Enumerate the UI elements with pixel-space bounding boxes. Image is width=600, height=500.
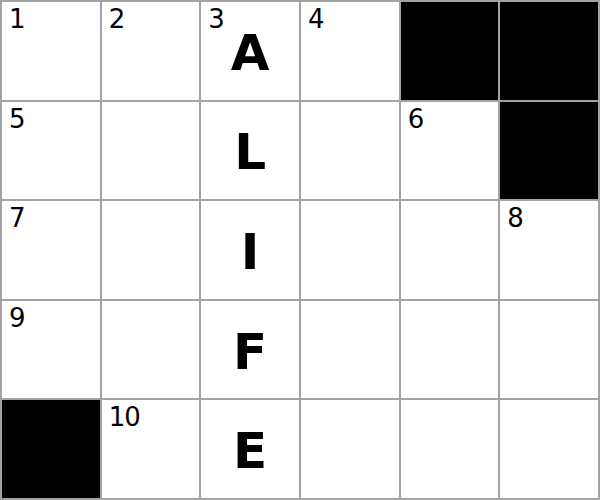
cell-r3c6[interactable]: 8 [500,201,598,299]
cell-r2c2[interactable] [102,102,200,200]
cell-r3c1[interactable]: 7 [2,201,100,299]
cell-letter: A [201,2,299,100]
cell-r2c3[interactable]: L [201,102,299,200]
cell-r4c2[interactable] [102,301,200,399]
cell-r4c3[interactable]: F [201,301,299,399]
clue-number: 8 [507,204,523,233]
cell-r1c2[interactable]: 2 [102,2,200,100]
clue-number: 4 [308,5,324,34]
cell-r1c1[interactable]: 1 [2,2,100,100]
crossword-board: 123A45L67I89F10E [0,0,600,500]
cell-letter: E [201,400,299,498]
cell-r2c1[interactable]: 5 [2,102,100,200]
cell-r4c4[interactable] [301,301,399,399]
cell-r4c1[interactable]: 9 [2,301,100,399]
clue-number: 6 [408,105,424,134]
cell-letter: L [201,102,299,200]
cell-r1c3[interactable]: 3A [201,2,299,100]
clue-number: 10 [109,403,140,432]
cell-r3c3[interactable]: I [201,201,299,299]
cell-r4c6[interactable] [500,301,598,399]
cell-r1c4[interactable]: 4 [301,2,399,100]
cell-letter: I [201,201,299,299]
clue-number: 7 [9,204,25,233]
cell-r2c4[interactable] [301,102,399,200]
clue-number: 5 [9,105,25,134]
cell-r3c4[interactable] [301,201,399,299]
clue-number: 9 [9,304,25,333]
cell-r5c4[interactable] [301,400,399,498]
black-cell-r1c5 [401,2,499,100]
black-cell-r2c6 [500,102,598,200]
black-cell-r1c6 [500,2,598,100]
clue-number: 2 [109,5,125,34]
cell-r5c6[interactable] [500,400,598,498]
cell-r5c2[interactable]: 10 [102,400,200,498]
cell-r3c2[interactable] [102,201,200,299]
cell-r3c5[interactable] [401,201,499,299]
black-cell-r5c1 [2,400,100,498]
clue-number: 1 [9,5,25,34]
cell-r4c5[interactable] [401,301,499,399]
cell-r5c5[interactable] [401,400,499,498]
cell-r5c3[interactable]: E [201,400,299,498]
cell-letter: F [201,301,299,399]
cell-r2c5[interactable]: 6 [401,102,499,200]
